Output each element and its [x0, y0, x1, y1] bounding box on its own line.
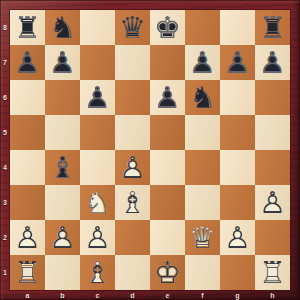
square-c2[interactable]: ♟♙ [80, 220, 115, 255]
file-label-h: h [255, 290, 290, 300]
black-bishop-b4: ♝♗ [45, 150, 80, 185]
square-e7[interactable] [150, 45, 185, 80]
white-pawn-c2: ♟♙ [80, 220, 115, 255]
square-f4[interactable] [185, 150, 220, 185]
square-a6[interactable] [10, 80, 45, 115]
square-b2[interactable]: ♟♙ [45, 220, 80, 255]
square-b6[interactable] [45, 80, 80, 115]
square-c1[interactable]: ♝♗ [80, 255, 115, 290]
square-h7[interactable]: ♟♙ [255, 45, 290, 80]
white-pawn-h3: ♟♙ [255, 185, 290, 220]
square-e5[interactable] [150, 115, 185, 150]
square-a7[interactable]: ♟♙ [10, 45, 45, 80]
square-e4[interactable] [150, 150, 185, 185]
square-h5[interactable] [255, 115, 290, 150]
square-d7[interactable] [115, 45, 150, 80]
rank-label-4: 4 [0, 150, 10, 185]
square-f6[interactable]: ♞♘ [185, 80, 220, 115]
white-bishop-c1: ♝♗ [80, 255, 115, 290]
square-d5[interactable] [115, 115, 150, 150]
square-h4[interactable] [255, 150, 290, 185]
square-f1[interactable] [185, 255, 220, 290]
file-label-f: f [185, 290, 220, 300]
black-pawn-b7: ♟♙ [45, 45, 80, 80]
file-label-a: a [10, 290, 45, 300]
square-e3[interactable] [150, 185, 185, 220]
square-h8[interactable]: ♜♖ [255, 10, 290, 45]
square-h6[interactable] [255, 80, 290, 115]
square-h3[interactable]: ♟♙ [255, 185, 290, 220]
square-a4[interactable] [10, 150, 45, 185]
square-b4[interactable]: ♝♗ [45, 150, 80, 185]
white-pawn-g2: ♟♙ [220, 220, 255, 255]
file-label-d: d [115, 290, 150, 300]
square-b3[interactable] [45, 185, 80, 220]
square-b8[interactable]: ♞♘ [45, 10, 80, 45]
square-e6[interactable]: ♟♙ [150, 80, 185, 115]
square-d6[interactable] [115, 80, 150, 115]
white-pawn-b2: ♟♙ [45, 220, 80, 255]
square-g1[interactable] [220, 255, 255, 290]
black-king-e8: ♚♔ [150, 10, 185, 45]
square-d3[interactable]: ♝♗ [115, 185, 150, 220]
square-f5[interactable] [185, 115, 220, 150]
square-a5[interactable] [10, 115, 45, 150]
square-g3[interactable] [220, 185, 255, 220]
black-rook-h8: ♜♖ [255, 10, 290, 45]
square-c5[interactable] [80, 115, 115, 150]
white-pawn-d4: ♟♙ [115, 150, 150, 185]
white-knight-c3: ♞♘ [80, 185, 115, 220]
square-b1[interactable] [45, 255, 80, 290]
black-pawn-e6: ♟♙ [150, 80, 185, 115]
white-rook-a1: ♜♖ [10, 255, 45, 290]
rank-label-5: 5 [0, 115, 10, 150]
square-c4[interactable] [80, 150, 115, 185]
black-knight-f6: ♞♘ [185, 80, 220, 115]
square-a3[interactable] [10, 185, 45, 220]
square-g6[interactable] [220, 80, 255, 115]
square-d2[interactable] [115, 220, 150, 255]
file-label-g: g [220, 290, 255, 300]
square-g8[interactable] [220, 10, 255, 45]
black-pawn-a7: ♟♙ [10, 45, 45, 80]
file-label-b: b [45, 290, 80, 300]
square-f3[interactable] [185, 185, 220, 220]
square-b5[interactable] [45, 115, 80, 150]
file-label-c: c [80, 290, 115, 300]
square-c8[interactable] [80, 10, 115, 45]
square-d1[interactable] [115, 255, 150, 290]
white-rook-h1: ♜♖ [255, 255, 290, 290]
square-e1[interactable]: ♚♔ [150, 255, 185, 290]
square-f8[interactable] [185, 10, 220, 45]
square-d4[interactable]: ♟♙ [115, 150, 150, 185]
black-queen-d8: ♛♕ [115, 10, 150, 45]
square-g7[interactable]: ♟♙ [220, 45, 255, 80]
white-bishop-d3: ♝♗ [115, 185, 150, 220]
rank-label-8: 8 [0, 10, 10, 45]
square-g2[interactable]: ♟♙ [220, 220, 255, 255]
file-label-e: e [150, 290, 185, 300]
white-pawn-a2: ♟♙ [10, 220, 45, 255]
black-rook-a8: ♜♖ [10, 10, 45, 45]
square-a8[interactable]: ♜♖ [10, 10, 45, 45]
rank-label-2: 2 [0, 220, 10, 255]
rank-label-1: 1 [0, 255, 10, 290]
white-queen-f2: ♛♕ [185, 220, 220, 255]
black-pawn-g7: ♟♙ [220, 45, 255, 80]
rank-label-6: 6 [0, 80, 10, 115]
square-c7[interactable] [80, 45, 115, 80]
black-pawn-h7: ♟♙ [255, 45, 290, 80]
square-d8[interactable]: ♛♕ [115, 10, 150, 45]
chessboard-frame: 87654321 abcdefgh ♜♖♞♘♛♕♚♔♜♖♟♙♟♙♟♙♟♙♟♙♟♙… [0, 0, 300, 300]
chess-board: ♜♖♞♘♛♕♚♔♜♖♟♙♟♙♟♙♟♙♟♙♟♙♟♙♞♘♝♗♟♙♞♘♝♗♟♙♟♙♟♙… [10, 10, 290, 290]
black-pawn-c6: ♟♙ [80, 80, 115, 115]
square-b7[interactable]: ♟♙ [45, 45, 80, 80]
square-c3[interactable]: ♞♘ [80, 185, 115, 220]
square-e2[interactable] [150, 220, 185, 255]
rank-label-3: 3 [0, 185, 10, 220]
square-g4[interactable] [220, 150, 255, 185]
square-f2[interactable]: ♛♕ [185, 220, 220, 255]
rank-label-7: 7 [0, 45, 10, 80]
square-a2[interactable]: ♟♙ [10, 220, 45, 255]
square-f7[interactable]: ♟♙ [185, 45, 220, 80]
square-c6[interactable]: ♟♙ [80, 80, 115, 115]
square-h2[interactable] [255, 220, 290, 255]
square-a1[interactable]: ♜♖ [10, 255, 45, 290]
black-knight-b8: ♞♘ [45, 10, 80, 45]
square-g5[interactable] [220, 115, 255, 150]
square-h1[interactable]: ♜♖ [255, 255, 290, 290]
white-king-e1: ♚♔ [150, 255, 185, 290]
square-e8[interactable]: ♚♔ [150, 10, 185, 45]
black-pawn-f7: ♟♙ [185, 45, 220, 80]
